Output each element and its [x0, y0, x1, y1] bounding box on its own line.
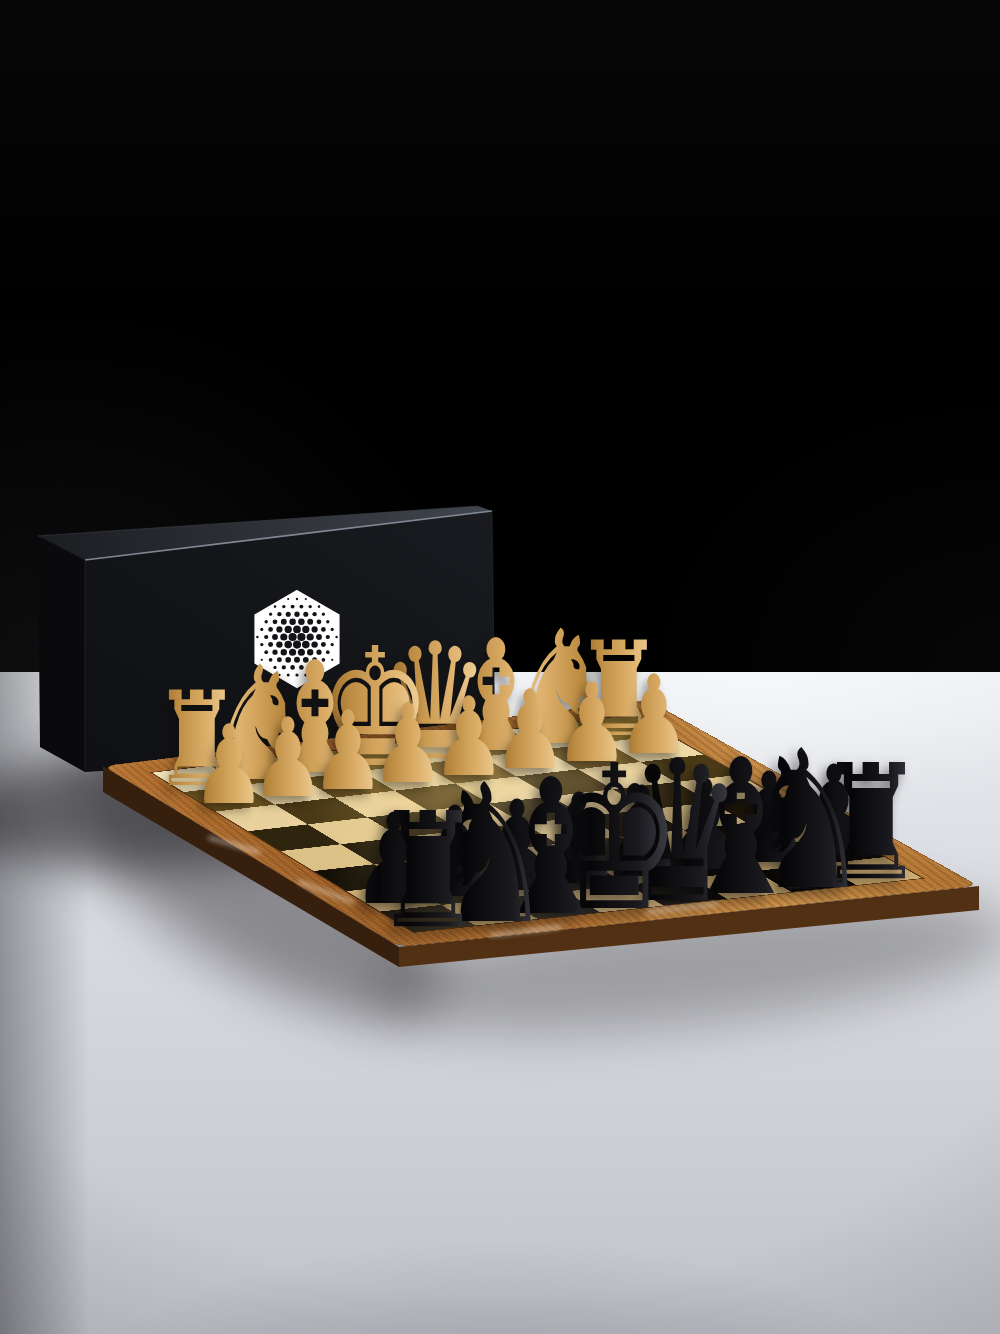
product-photo-scene: ♜♞♝♛♚♝♞♜♟♟♟♟♟♟♟♟♟♟♟♟♟♟♟♟♜♞♝♛♚♝♞♜	[0, 0, 1000, 1334]
photo-vignette	[0, 0, 1000, 1334]
